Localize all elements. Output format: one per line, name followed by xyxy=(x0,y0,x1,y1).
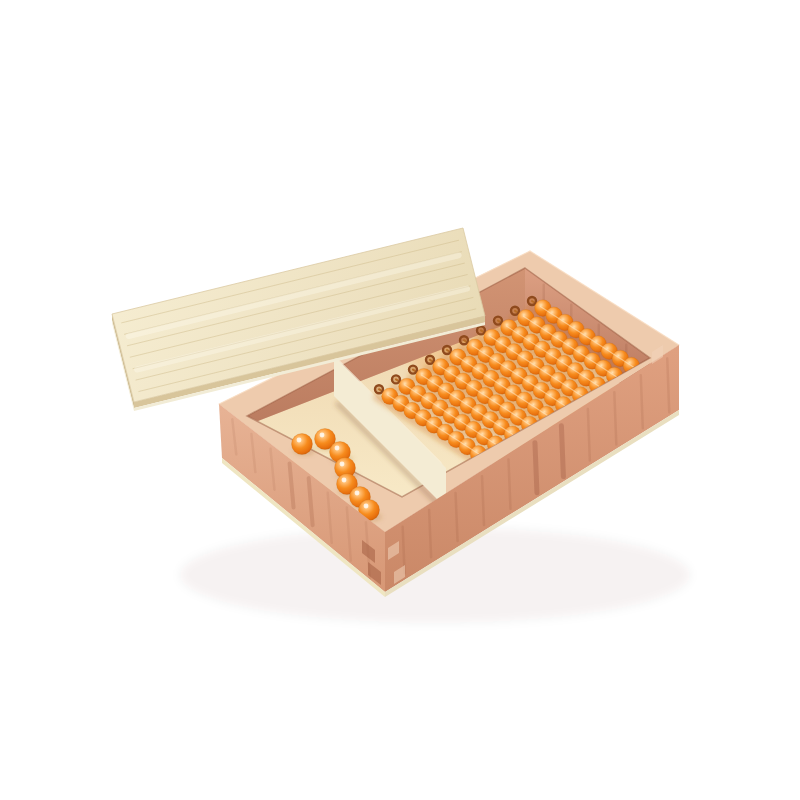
bead-specular xyxy=(320,433,325,438)
bar-wire-loop xyxy=(511,307,519,315)
bar-wire-loop xyxy=(375,385,383,393)
loose-bead-1 xyxy=(292,434,313,455)
bar-wire-loop xyxy=(392,375,400,383)
golden-unit-bead xyxy=(292,434,313,455)
bar-wire-loop xyxy=(494,317,502,325)
bead-specular xyxy=(342,478,347,483)
grain-streak xyxy=(561,426,563,477)
bead-specular xyxy=(335,446,340,451)
bead-specular xyxy=(364,504,369,509)
grain-streak xyxy=(535,443,537,493)
bead-specular xyxy=(340,462,345,467)
bar-wire-loop xyxy=(477,326,485,334)
bar-wire-loop xyxy=(443,346,451,354)
bead-box-photo xyxy=(0,0,800,800)
bead-specular xyxy=(297,438,302,443)
product-photo-stage xyxy=(0,0,800,800)
bead-specular xyxy=(355,491,360,496)
bar-wire-loop xyxy=(409,366,417,374)
bar-wire-loop xyxy=(460,336,468,344)
bar-wire-loop xyxy=(528,297,536,305)
bar-wire-loop xyxy=(426,356,434,364)
